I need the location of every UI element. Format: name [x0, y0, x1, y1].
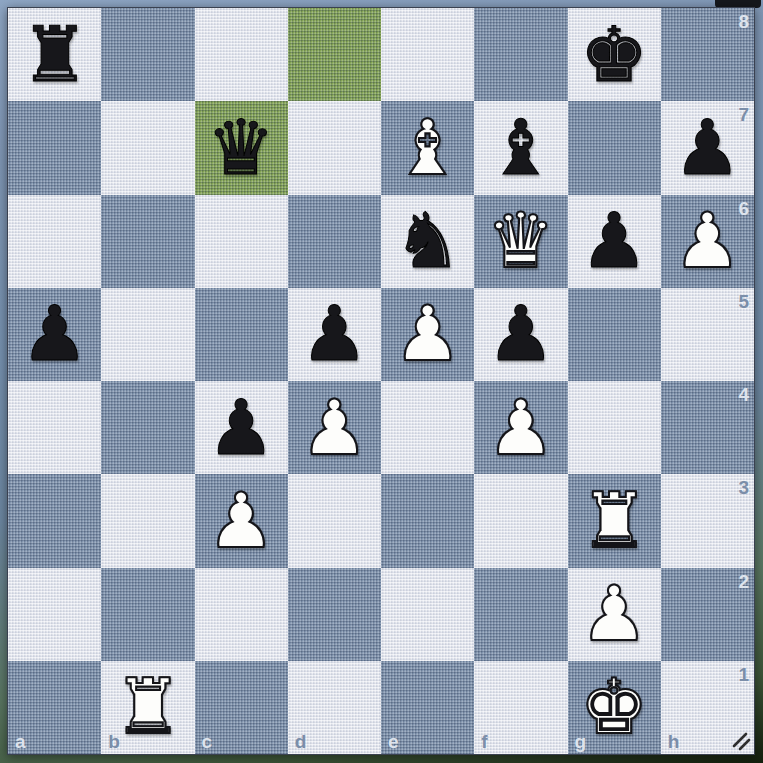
- square-d2[interactable]: [288, 568, 381, 661]
- square-a1[interactable]: a: [8, 661, 101, 754]
- piece-black-pawn[interactable]: ♟: [195, 381, 288, 474]
- square-f8[interactable]: [474, 8, 567, 101]
- piece-white-bishop[interactable]: ♝: [381, 101, 474, 194]
- square-g4[interactable]: [568, 381, 661, 474]
- square-b3[interactable]: [101, 474, 194, 567]
- piece-black-king[interactable]: ♚: [568, 8, 661, 101]
- piece-white-pawn[interactable]: ♟: [288, 381, 381, 474]
- piece-white-king[interactable]: ♚: [568, 661, 661, 754]
- piece-white-pawn[interactable]: ♟: [381, 288, 474, 381]
- square-c7[interactable]: ♛: [195, 101, 288, 194]
- square-a8[interactable]: ♜: [8, 8, 101, 101]
- square-h5[interactable]: 5: [661, 288, 754, 381]
- file-label-e: e: [388, 731, 399, 753]
- square-e2[interactable]: [381, 568, 474, 661]
- file-label-f: f: [481, 731, 487, 753]
- square-f4[interactable]: ♟: [474, 381, 567, 474]
- square-a5[interactable]: ♟: [8, 288, 101, 381]
- rank-label-2: 2: [738, 571, 749, 593]
- square-g8[interactable]: ♚: [568, 8, 661, 101]
- square-e6[interactable]: ♞: [381, 195, 474, 288]
- piece-black-pawn[interactable]: ♟: [661, 101, 754, 194]
- square-e4[interactable]: [381, 381, 474, 474]
- square-b7[interactable]: [101, 101, 194, 194]
- square-g7[interactable]: [568, 101, 661, 194]
- piece-black-pawn[interactable]: ♟: [8, 288, 101, 381]
- square-d5[interactable]: ♟: [288, 288, 381, 381]
- file-label-a: a: [15, 731, 26, 753]
- square-h8[interactable]: 8: [661, 8, 754, 101]
- square-c6[interactable]: [195, 195, 288, 288]
- rank-label-8: 8: [738, 11, 749, 33]
- square-g1[interactable]: ♚g: [568, 661, 661, 754]
- piece-black-queen[interactable]: ♛: [195, 101, 288, 194]
- rank-label-4: 4: [738, 384, 749, 406]
- square-b8[interactable]: [101, 8, 194, 101]
- square-h7[interactable]: ♟7: [661, 101, 754, 194]
- square-d3[interactable]: [288, 474, 381, 567]
- file-label-h: h: [668, 731, 680, 753]
- piece-white-pawn[interactable]: ♟: [195, 474, 288, 567]
- square-f1[interactable]: f: [474, 661, 567, 754]
- square-e3[interactable]: [381, 474, 474, 567]
- resize-handle-icon[interactable]: [730, 730, 752, 752]
- piece-white-pawn[interactable]: ♟: [568, 568, 661, 661]
- square-d4[interactable]: ♟: [288, 381, 381, 474]
- square-g2[interactable]: ♟: [568, 568, 661, 661]
- square-a4[interactable]: [8, 381, 101, 474]
- square-a3[interactable]: [8, 474, 101, 567]
- square-b6[interactable]: [101, 195, 194, 288]
- square-h3[interactable]: 3: [661, 474, 754, 567]
- chess-board: ♜♚8♛♝♝♟7♞♛♟♟6♟♟♟♟5♟♟♟4♟♜3♟2a♜bcdef♚g1h: [7, 7, 755, 755]
- file-label-c: c: [202, 731, 213, 753]
- piece-white-rook[interactable]: ♜: [101, 661, 194, 754]
- piece-black-pawn[interactable]: ♟: [474, 288, 567, 381]
- square-g6[interactable]: ♟: [568, 195, 661, 288]
- square-d1[interactable]: d: [288, 661, 381, 754]
- piece-black-knight[interactable]: ♞: [381, 195, 474, 288]
- square-c5[interactable]: [195, 288, 288, 381]
- square-e7[interactable]: ♝: [381, 101, 474, 194]
- square-c4[interactable]: ♟: [195, 381, 288, 474]
- square-f6[interactable]: ♛: [474, 195, 567, 288]
- piece-white-queen[interactable]: ♛: [474, 195, 567, 288]
- square-g5[interactable]: [568, 288, 661, 381]
- square-h4[interactable]: 4: [661, 381, 754, 474]
- square-g3[interactable]: ♜: [568, 474, 661, 567]
- square-b5[interactable]: [101, 288, 194, 381]
- square-d8[interactable]: [288, 8, 381, 101]
- square-e8[interactable]: [381, 8, 474, 101]
- piece-black-bishop[interactable]: ♝: [474, 101, 567, 194]
- square-c1[interactable]: c: [195, 661, 288, 754]
- piece-white-pawn[interactable]: ♟: [661, 195, 754, 288]
- piece-black-rook[interactable]: ♜: [8, 8, 101, 101]
- square-b2[interactable]: [101, 568, 194, 661]
- rank-label-5: 5: [738, 291, 749, 313]
- square-a6[interactable]: [8, 195, 101, 288]
- square-e1[interactable]: e: [381, 661, 474, 754]
- square-d6[interactable]: [288, 195, 381, 288]
- square-f3[interactable]: [474, 474, 567, 567]
- square-c8[interactable]: [195, 8, 288, 101]
- piece-white-rook[interactable]: ♜: [568, 474, 661, 567]
- rank-label-3: 3: [738, 477, 749, 499]
- square-b4[interactable]: [101, 381, 194, 474]
- board-grid: ♜♚8♛♝♝♟7♞♛♟♟6♟♟♟♟5♟♟♟4♟♜3♟2a♜bcdef♚g1h: [8, 8, 754, 754]
- square-b1[interactable]: ♜b: [101, 661, 194, 754]
- square-a2[interactable]: [8, 568, 101, 661]
- square-c2[interactable]: [195, 568, 288, 661]
- square-h6[interactable]: ♟6: [661, 195, 754, 288]
- file-label-d: d: [295, 731, 307, 753]
- square-c3[interactable]: ♟: [195, 474, 288, 567]
- square-f7[interactable]: ♝: [474, 101, 567, 194]
- rank-label-1: 1: [738, 664, 749, 686]
- piece-black-pawn[interactable]: ♟: [568, 195, 661, 288]
- square-f5[interactable]: ♟: [474, 288, 567, 381]
- square-h2[interactable]: 2: [661, 568, 754, 661]
- piece-black-pawn[interactable]: ♟: [288, 288, 381, 381]
- square-e5[interactable]: ♟: [381, 288, 474, 381]
- square-f2[interactable]: [474, 568, 567, 661]
- piece-white-pawn[interactable]: ♟: [474, 381, 567, 474]
- square-d7[interactable]: [288, 101, 381, 194]
- square-a7[interactable]: [8, 101, 101, 194]
